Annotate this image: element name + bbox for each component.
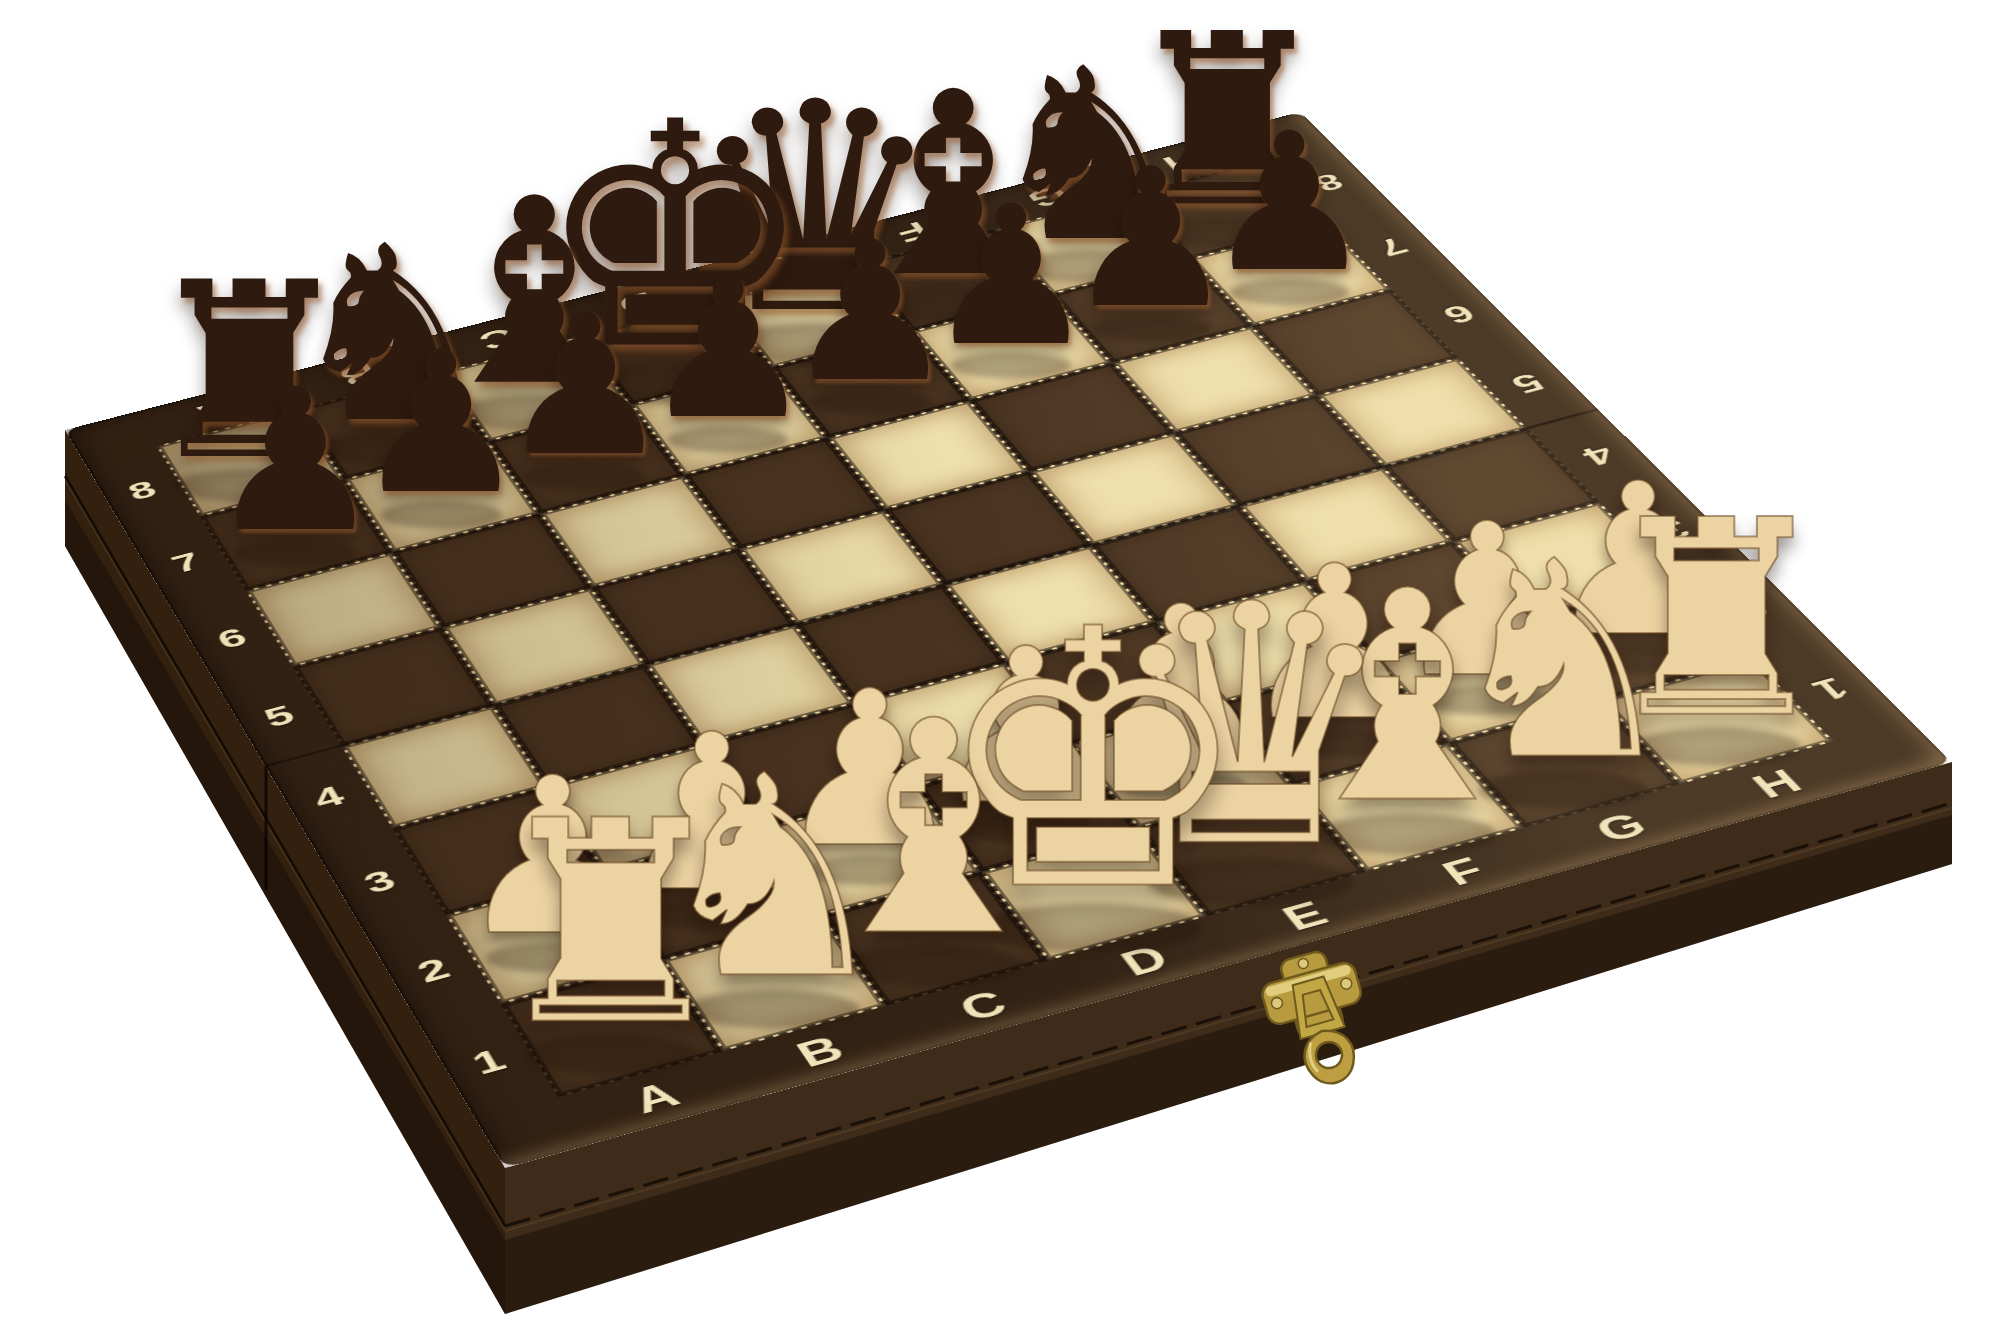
chess-set-photo: ABCDEFGHABCDEFGH8765432187654321 ♜♞♝♚♛♝♞… (0, 0, 2000, 1333)
piece-black-pawn[interactable]: ♟ (208, 363, 384, 559)
piece-white-rook[interactable]: ♜ (486, 785, 736, 1064)
